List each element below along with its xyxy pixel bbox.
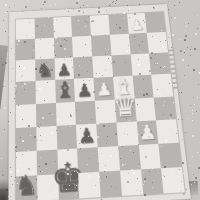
square-f1[interactable] bbox=[120, 169, 143, 196]
square-f2[interactable] bbox=[118, 145, 141, 171]
square-e2[interactable] bbox=[98, 146, 120, 172]
square-g3[interactable]: ♟ bbox=[136, 120, 158, 145]
square-b7[interactable] bbox=[35, 38, 54, 60]
square-e6[interactable] bbox=[92, 56, 113, 78]
square-a7[interactable] bbox=[16, 39, 35, 61]
square-c7[interactable] bbox=[53, 37, 73, 59]
square-e8[interactable] bbox=[90, 15, 110, 36]
square-g7[interactable] bbox=[128, 33, 149, 55]
square-a6[interactable] bbox=[16, 60, 35, 83]
piece-white-pawn[interactable]: ♟ bbox=[95, 81, 113, 100]
piece-black-pawn[interactable]: ♟ bbox=[77, 126, 96, 148]
chess-board-grid: ♟♞♟♝♟♟♝♛♟♟♞♚ bbox=[15, 11, 186, 200]
piece-black-pawn[interactable]: ♟ bbox=[76, 82, 93, 101]
square-a1[interactable]: ♞ bbox=[16, 175, 37, 200]
square-c4[interactable] bbox=[55, 101, 76, 125]
square-c1[interactable]: ♚ bbox=[58, 173, 80, 200]
square-g1[interactable] bbox=[141, 168, 164, 195]
square-d3[interactable]: ♟ bbox=[76, 123, 97, 148]
square-h7[interactable] bbox=[147, 32, 168, 54]
square-e7[interactable] bbox=[91, 35, 111, 57]
square-g4[interactable] bbox=[134, 97, 156, 121]
square-d5[interactable]: ♟ bbox=[74, 78, 95, 101]
square-h5[interactable] bbox=[151, 74, 173, 97]
square-b4[interactable] bbox=[36, 102, 56, 126]
piece-black-knight[interactable]: ♞ bbox=[15, 172, 39, 200]
square-f8[interactable] bbox=[108, 14, 128, 35]
square-d7[interactable] bbox=[72, 36, 92, 58]
square-d8[interactable] bbox=[71, 16, 91, 37]
square-g6[interactable] bbox=[130, 54, 151, 76]
square-d4[interactable] bbox=[75, 100, 96, 124]
square-f3[interactable] bbox=[116, 121, 138, 146]
square-f7[interactable] bbox=[110, 34, 131, 56]
board-left-edge bbox=[0, 45, 8, 200]
square-e1[interactable] bbox=[99, 170, 122, 197]
square-h8[interactable] bbox=[145, 12, 166, 33]
square-a3[interactable] bbox=[16, 127, 37, 152]
chess-board: ♟♞♟♝♟♟♝♛♟♟♞♚ bbox=[8, 4, 190, 200]
square-g8[interactable]: ♟ bbox=[127, 13, 147, 34]
square-h2[interactable] bbox=[159, 142, 182, 168]
square-b8[interactable] bbox=[34, 18, 53, 39]
square-a5[interactable] bbox=[16, 81, 36, 104]
square-h6[interactable] bbox=[149, 53, 170, 75]
square-f4[interactable]: ♛ bbox=[115, 98, 137, 122]
piece-white-pawn[interactable]: ♟ bbox=[130, 18, 145, 33]
square-c3[interactable] bbox=[56, 124, 77, 149]
square-e3[interactable] bbox=[96, 122, 118, 147]
square-g2[interactable] bbox=[138, 144, 161, 170]
square-c8[interactable] bbox=[53, 17, 72, 38]
square-d1[interactable] bbox=[78, 172, 100, 199]
square-b3[interactable] bbox=[36, 126, 57, 151]
square-h3[interactable] bbox=[156, 119, 179, 144]
square-a8[interactable] bbox=[16, 19, 35, 40]
square-h4[interactable] bbox=[154, 96, 176, 120]
photo-scene: ♟♞♟♝♟♟♝♛♟♟♞♚ bbox=[0, 0, 200, 200]
square-c5[interactable]: ♝ bbox=[55, 79, 75, 102]
square-a4[interactable] bbox=[16, 104, 36, 128]
piece-black-knight[interactable]: ♞ bbox=[36, 60, 54, 80]
piece-white-pawn[interactable]: ♟ bbox=[137, 122, 157, 143]
square-b5[interactable] bbox=[35, 80, 55, 103]
square-d6[interactable] bbox=[73, 57, 93, 80]
square-h1[interactable] bbox=[161, 167, 185, 194]
piece-black-bishop[interactable]: ♝ bbox=[54, 78, 76, 102]
square-b6[interactable]: ♞ bbox=[35, 59, 55, 82]
